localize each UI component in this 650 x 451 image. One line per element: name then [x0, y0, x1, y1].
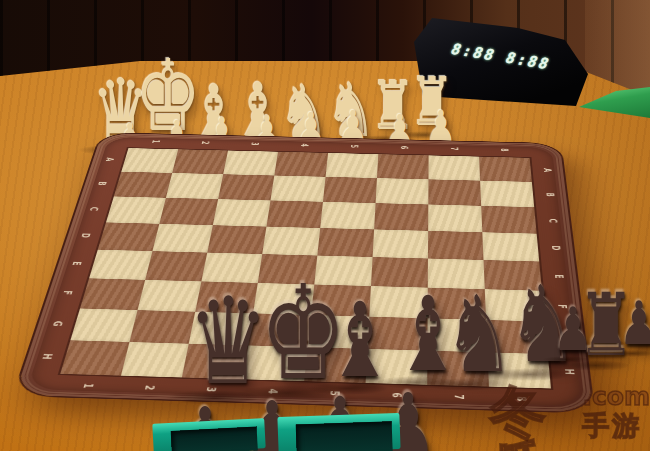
coord-top-1: 1: [149, 140, 162, 144]
piece-tray-left-interior: [171, 426, 258, 451]
piece-tray-right-interior: [296, 421, 393, 451]
coord-left-F: F: [59, 290, 74, 295]
coord-right-D: D: [548, 245, 562, 250]
square-A2[interactable]: [172, 149, 228, 174]
square-B4[interactable]: [270, 176, 325, 202]
square-F1[interactable]: [80, 278, 145, 310]
square-C7[interactable]: [428, 204, 482, 232]
square-E1[interactable]: [89, 250, 152, 280]
square-A7[interactable]: [428, 155, 480, 180]
square-B1[interactable]: [114, 172, 172, 198]
square-B5[interactable]: [323, 177, 377, 203]
square-C8[interactable]: [481, 206, 536, 234]
square-D5[interactable]: [317, 228, 374, 257]
coord-top-5: 5: [348, 144, 360, 148]
square-C2[interactable]: [159, 198, 218, 225]
square-D3[interactable]: [207, 225, 266, 254]
coord-left-H: H: [38, 353, 54, 359]
square-D6[interactable]: [373, 229, 429, 258]
coord-right-C: C: [546, 219, 559, 223]
square-H1[interactable]: [60, 340, 129, 375]
piece-tray-right: [277, 413, 400, 451]
square-H2[interactable]: [121, 342, 189, 377]
coord-bottom-1: 1: [79, 383, 95, 388]
coord-left-A: A: [102, 157, 115, 161]
square-A6[interactable]: [377, 154, 429, 179]
watermark-suffix: .com: [582, 384, 650, 409]
coord-top-7: 7: [448, 147, 460, 151]
square-D8[interactable]: [482, 232, 539, 261]
square-G1[interactable]: [70, 308, 137, 342]
square-A5[interactable]: [326, 153, 379, 178]
square-C1[interactable]: [106, 196, 166, 223]
coord-top-2: 2: [198, 141, 211, 145]
square-C6[interactable]: [374, 203, 428, 231]
black-pawn-glyph: ♟: [619, 294, 650, 354]
piece-tray-left: [152, 418, 265, 451]
square-C3[interactable]: [213, 199, 271, 226]
square-B7[interactable]: [428, 179, 481, 205]
square-A4[interactable]: [274, 152, 328, 177]
watermark: 冬瓜 .com 手游: [490, 384, 650, 451]
watermark-brand: 冬瓜: [490, 384, 580, 451]
square-A1[interactable]: [121, 148, 178, 173]
coord-left-E: E: [69, 261, 84, 265]
coord-right-B: B: [543, 193, 556, 197]
square-B6[interactable]: [376, 178, 429, 204]
coord-top-3: 3: [248, 142, 261, 146]
square-D2[interactable]: [152, 224, 212, 253]
square-G2[interactable]: [129, 310, 195, 344]
square-A8[interactable]: [479, 157, 532, 182]
coord-left-C: C: [86, 207, 100, 211]
square-A3[interactable]: [223, 150, 278, 175]
square-C4[interactable]: [266, 200, 323, 228]
coord-left-G: G: [49, 321, 65, 327]
square-C5[interactable]: [320, 202, 375, 230]
clock-led-display: 8:88 8:88: [448, 40, 584, 77]
square-B8[interactable]: [480, 181, 534, 208]
chess-game-scene: 8:88 8:88 1234567812345678ABCDEFGHABCDEF…: [0, 0, 650, 451]
coord-bottom-2: 2: [141, 385, 157, 390]
watermark-tagline: 手游: [582, 412, 650, 439]
square-D1[interactable]: [98, 222, 160, 251]
coord-left-B: B: [95, 181, 109, 185]
coord-top-6: 6: [398, 146, 410, 150]
square-D4[interactable]: [262, 227, 320, 256]
coord-right-A: A: [541, 168, 554, 172]
coord-top-8: 8: [498, 148, 510, 152]
coord-left-D: D: [78, 233, 92, 238]
square-B3[interactable]: [218, 174, 274, 200]
coord-top-4: 4: [298, 143, 310, 147]
square-D7[interactable]: [428, 231, 484, 260]
square-B2[interactable]: [166, 173, 223, 199]
